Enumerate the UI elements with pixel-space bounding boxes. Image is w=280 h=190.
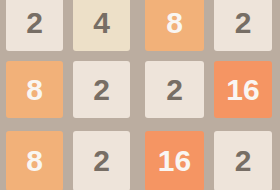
tile-8: 8 [145,0,204,51]
tile-16: 16 [145,131,204,190]
tile-4: 4 [73,0,130,51]
tile-2: 2 [6,0,63,51]
tile-2: 2 [214,0,272,51]
tile-16: 16 [214,61,272,118]
tile-8: 8 [6,131,63,190]
tile-2: 2 [73,61,130,118]
tile-2: 2 [73,131,130,190]
2048-board[interactable]: 24828221682162 [0,0,280,190]
tile-2: 2 [214,131,272,190]
tile-2: 2 [145,61,204,118]
tile-8: 8 [6,61,63,118]
